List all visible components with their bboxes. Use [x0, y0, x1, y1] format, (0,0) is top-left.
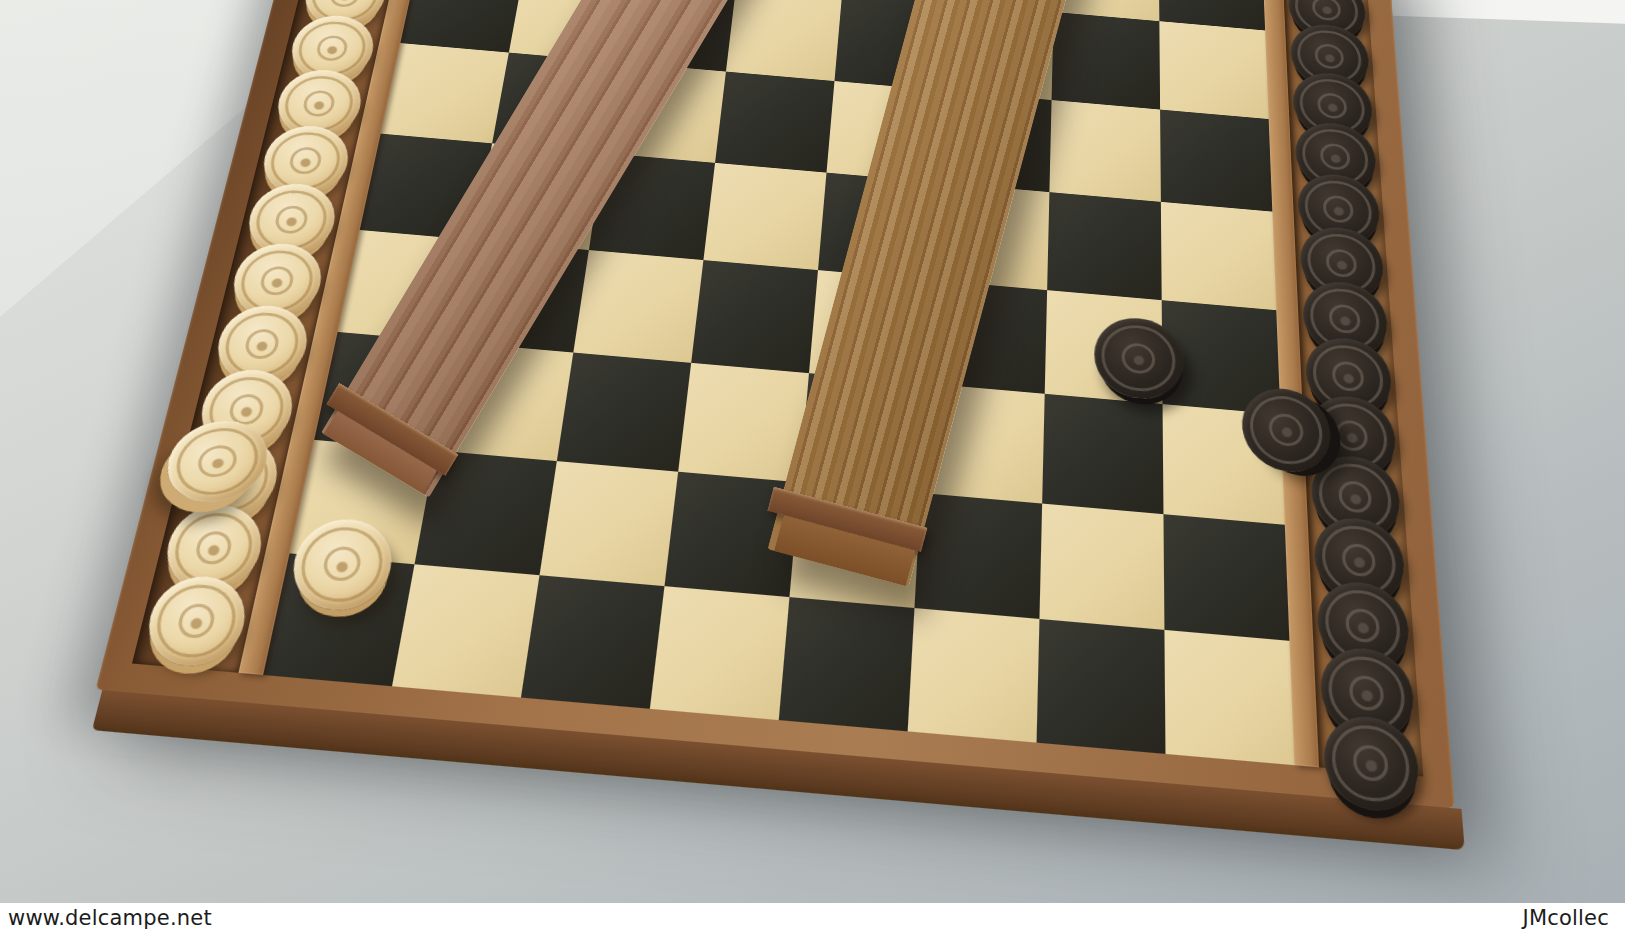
- watermark-band: www.delcampe.net JMcollec: [0, 903, 1625, 931]
- board-cell[interactable]: [392, 565, 539, 698]
- watermark-delcampe: www.delcampe.net: [8, 906, 212, 930]
- board-cell[interactable]: [1045, 290, 1163, 404]
- board-cell[interactable]: [1164, 630, 1294, 765]
- board-cell[interactable]: [908, 608, 1040, 742]
- board-cell[interactable]: [1163, 514, 1289, 641]
- watermark-jmcollec: JMcollec: [1523, 906, 1609, 930]
- board-cell[interactable]: [521, 575, 665, 708]
- photo-scene: www.delcampe.net JMcollec: [0, 0, 1625, 931]
- board-cell[interactable]: [381, 43, 509, 144]
- board-cell[interactable]: [914, 492, 1042, 619]
- board-cell[interactable]: [703, 163, 826, 270]
- board-cell[interactable]: [779, 597, 915, 731]
- game-box: [95, 0, 1454, 808]
- board-cell[interactable]: [1052, 12, 1161, 109]
- light-checker[interactable]: [139, 573, 253, 670]
- board-cell[interactable]: [650, 586, 790, 720]
- board-cell[interactable]: [1161, 202, 1276, 310]
- board-cell[interactable]: [1159, 21, 1268, 119]
- board-cell[interactable]: [539, 461, 678, 587]
- board-cell[interactable]: [1160, 109, 1272, 212]
- board-cell[interactable]: [1049, 100, 1160, 202]
- board-cell[interactable]: [573, 250, 703, 363]
- board-cell[interactable]: [1042, 394, 1163, 514]
- board-cell[interactable]: [715, 71, 834, 173]
- board-cell[interactable]: [1039, 503, 1164, 630]
- board-cell[interactable]: [557, 352, 691, 471]
- board-cell[interactable]: [1037, 619, 1166, 754]
- backdrop-paper-edge: [1391, 0, 1625, 24]
- board-cell[interactable]: [1047, 192, 1162, 300]
- board-cell[interactable]: [726, 0, 842, 81]
- board-cell[interactable]: [691, 260, 818, 373]
- board-cell[interactable]: [263, 554, 414, 687]
